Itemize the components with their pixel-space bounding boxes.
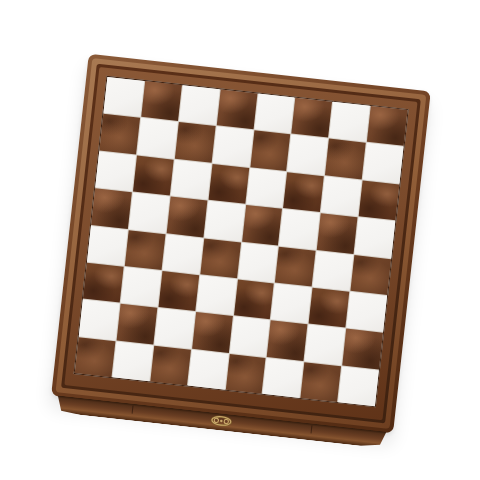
square[interactable]	[254, 94, 295, 134]
square[interactable]	[367, 106, 408, 146]
square[interactable]	[288, 135, 329, 175]
square[interactable]	[317, 213, 358, 253]
square[interactable]	[321, 176, 362, 216]
square[interactable]	[150, 345, 191, 385]
square[interactable]	[338, 366, 379, 406]
square[interactable]	[166, 197, 207, 237]
square[interactable]	[309, 288, 350, 328]
square[interactable]	[250, 131, 291, 171]
square[interactable]	[137, 118, 178, 158]
square[interactable]	[359, 180, 400, 220]
square[interactable]	[125, 230, 166, 270]
board-frame	[51, 54, 431, 434]
square[interactable]	[204, 201, 245, 241]
square[interactable]	[75, 337, 116, 377]
square[interactable]	[83, 263, 124, 303]
square[interactable]	[292, 98, 333, 138]
square[interactable]	[95, 151, 136, 191]
square[interactable]	[103, 77, 144, 117]
square[interactable]	[267, 321, 308, 361]
square[interactable]	[351, 255, 392, 295]
square[interactable]	[116, 304, 157, 344]
frame-inner-border	[64, 67, 417, 420]
square[interactable]	[208, 164, 249, 204]
square[interactable]	[188, 349, 229, 389]
square[interactable]	[305, 325, 346, 365]
square[interactable]	[79, 300, 120, 340]
square[interactable]	[175, 122, 216, 162]
square[interactable]	[112, 341, 153, 381]
board-grid	[74, 76, 409, 408]
square[interactable]	[342, 329, 383, 369]
square[interactable]	[87, 225, 128, 265]
square[interactable]	[179, 85, 220, 125]
square[interactable]	[162, 234, 203, 274]
square[interactable]	[158, 271, 199, 311]
square[interactable]	[91, 188, 132, 228]
side-seam-right	[311, 425, 313, 433]
square[interactable]	[313, 250, 354, 290]
square[interactable]	[271, 283, 312, 323]
square[interactable]	[246, 168, 287, 208]
square[interactable]	[301, 362, 342, 402]
square[interactable]	[234, 279, 275, 319]
square[interactable]	[242, 205, 283, 245]
square[interactable]	[129, 192, 170, 232]
square[interactable]	[200, 238, 241, 278]
square[interactable]	[283, 172, 324, 212]
frame-groove	[61, 64, 421, 424]
brass-clasp-icon	[209, 414, 234, 428]
square[interactable]	[279, 209, 320, 249]
square[interactable]	[363, 143, 404, 183]
square[interactable]	[263, 358, 304, 398]
square[interactable]	[121, 267, 162, 307]
square[interactable]	[225, 354, 266, 394]
square[interactable]	[346, 292, 387, 332]
square[interactable]	[275, 246, 316, 286]
photo-background	[0, 0, 480, 480]
square[interactable]	[171, 160, 212, 200]
side-seam-left	[131, 406, 133, 414]
square[interactable]	[192, 312, 233, 352]
square[interactable]	[325, 139, 366, 179]
square[interactable]	[99, 114, 140, 154]
square[interactable]	[216, 89, 257, 129]
frame-highlight-band	[56, 58, 427, 429]
square[interactable]	[229, 316, 270, 356]
square[interactable]	[196, 275, 237, 315]
square[interactable]	[355, 217, 396, 257]
square[interactable]	[329, 102, 370, 142]
square[interactable]	[212, 127, 253, 167]
chess-board	[49, 54, 431, 451]
square[interactable]	[238, 242, 279, 282]
square[interactable]	[141, 81, 182, 121]
square[interactable]	[133, 155, 174, 195]
square[interactable]	[154, 308, 195, 348]
